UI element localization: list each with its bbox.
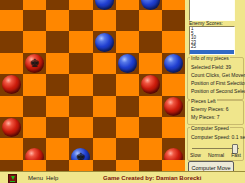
first-selection-text: Position of First Selection: [191, 80, 245, 86]
board-cell [139, 138, 162, 159]
board-cell [139, 10, 162, 31]
board-cell[interactable] [116, 10, 139, 31]
blue-piece[interactable] [95, 0, 114, 10]
board-cell[interactable] [93, 74, 116, 95]
board-cell [162, 31, 185, 52]
pieces-left-group: Pieces Left Enemy Pieces: 6 My Pieces: 7 [187, 100, 244, 125]
board-cell[interactable] [0, 31, 23, 52]
board-cell [116, 160, 139, 171]
board-cell [93, 53, 116, 74]
board-cell[interactable] [93, 160, 116, 171]
board-cell[interactable] [46, 74, 69, 95]
selected-field-text: Selected Field: 39 [191, 64, 231, 70]
board-cell[interactable] [0, 160, 23, 171]
board-cell [139, 53, 162, 74]
blue-piece[interactable] [95, 33, 114, 52]
arrow-down-icon[interactable] [8, 174, 17, 183]
speed-slider[interactable] [192, 144, 239, 152]
board-cell[interactable] [93, 117, 116, 138]
board-cell [0, 53, 23, 74]
menu-bar: Menu Help Game Created by: Damian Boreck… [0, 171, 245, 183]
my-pieces-text: My Pieces: 7 [191, 114, 220, 120]
second-selection-text: Position of Second Selection: [191, 88, 245, 94]
info-group: Info of my pieces Selected Field: 39 Cou… [187, 57, 244, 100]
board-cell[interactable] [139, 0, 162, 10]
list-item-selected[interactable] [190, 50, 234, 55]
board-cell[interactable] [162, 138, 185, 159]
computer-speed-group: Computer Speed Computer Speed: 0.1 sec S… [187, 127, 244, 161]
board-cell[interactable] [23, 138, 46, 159]
board-cell[interactable] [162, 96, 185, 117]
board-cell [93, 138, 116, 159]
board-cell[interactable]: ♚ [23, 53, 46, 74]
board-cell[interactable] [46, 160, 69, 171]
board-cell [23, 31, 46, 52]
computer-speed-title: Computer Speed [190, 125, 230, 131]
board-cell[interactable] [162, 10, 185, 31]
board-cell[interactable] [116, 96, 139, 117]
red-piece[interactable] [141, 75, 160, 94]
board-cell [46, 10, 69, 31]
board-cell [23, 74, 46, 95]
board-cell [162, 74, 185, 95]
blue-piece[interactable] [118, 54, 137, 73]
board-cell[interactable] [93, 0, 116, 10]
board-cell [116, 31, 139, 52]
board-cell[interactable] [116, 138, 139, 159]
board-cell [162, 117, 185, 138]
enemy-scores-listbox[interactable]: 1 5 10 23 25 [189, 26, 235, 55]
board-cell[interactable] [93, 31, 116, 52]
slow-label: Slow [190, 152, 201, 158]
red-piece[interactable] [2, 75, 21, 94]
board-cell [69, 31, 92, 52]
blue-piece[interactable] [141, 0, 160, 10]
board-cell [0, 10, 23, 31]
fast-label: Fast [231, 152, 241, 158]
board-cell [69, 74, 92, 95]
pieces-left-title: Pieces Left [190, 98, 217, 104]
board-cell[interactable] [139, 160, 162, 171]
checkers-board: ♚♚ [0, 0, 185, 171]
slider-labels: Slow Normal Fast [190, 152, 241, 158]
board-cell[interactable] [162, 53, 185, 74]
board-cell [162, 0, 185, 10]
board-cell [46, 96, 69, 117]
red-piece[interactable] [164, 97, 183, 116]
board-cell[interactable] [69, 10, 92, 31]
board-cell [116, 74, 139, 95]
board-cell [69, 0, 92, 10]
board-cell[interactable] [69, 53, 92, 74]
board-cell [0, 96, 23, 117]
board-cell [69, 117, 92, 138]
board-cell[interactable] [0, 74, 23, 95]
board-cell[interactable] [116, 53, 139, 74]
board-cell [46, 138, 69, 159]
board-cell [116, 0, 139, 10]
board-cell [162, 160, 185, 171]
board-cell [23, 0, 46, 10]
menu-button[interactable]: Menu [28, 175, 43, 181]
board-cell[interactable] [46, 117, 69, 138]
board-cell[interactable] [139, 117, 162, 138]
board-cell[interactable] [46, 31, 69, 52]
board-cell [93, 96, 116, 117]
board-cell [139, 96, 162, 117]
history-listbox[interactable] [189, 0, 235, 21]
board-cell[interactable] [0, 117, 23, 138]
right-panel: Enemy Scores: 1 5 10 23 25 Info of my pi… [185, 0, 245, 171]
info-group-title: Info of my pieces [190, 55, 230, 61]
board-cell[interactable] [46, 0, 69, 10]
board-cell[interactable] [23, 10, 46, 31]
board-cell[interactable] [69, 96, 92, 117]
board-cell [69, 160, 92, 171]
board-cell [23, 117, 46, 138]
enemy-pieces-text: Enemy Pieces: 6 [191, 106, 229, 112]
red-piece[interactable] [2, 118, 21, 137]
board-cell [116, 117, 139, 138]
credit-text: Game Created by: Damian Borecki [103, 175, 201, 181]
board-cell[interactable] [23, 96, 46, 117]
board-cell [46, 53, 69, 74]
board-cell[interactable]: ♚ [69, 138, 92, 159]
speed-value-text: Computer Speed: 0.1 sec [191, 134, 245, 140]
board-cell [93, 10, 116, 31]
red-king-piece[interactable]: ♚ [25, 54, 44, 73]
checkers-game-window: ♚♚ Enemy Scores: 1 5 10 23 25 Info of my… [0, 0, 245, 183]
normal-label: Normal [208, 152, 224, 158]
help-button[interactable]: Help [46, 175, 58, 181]
board-cell[interactable] [0, 0, 23, 10]
board-cell[interactable] [139, 31, 162, 52]
blue-piece[interactable] [164, 54, 183, 73]
board-cell [0, 138, 23, 159]
count-clicks-text: Count Clicks, Get Movement: 0 [191, 72, 245, 78]
king-crown-icon: ♚ [30, 58, 40, 69]
board-cell[interactable] [139, 74, 162, 95]
board-cell [23, 160, 46, 171]
